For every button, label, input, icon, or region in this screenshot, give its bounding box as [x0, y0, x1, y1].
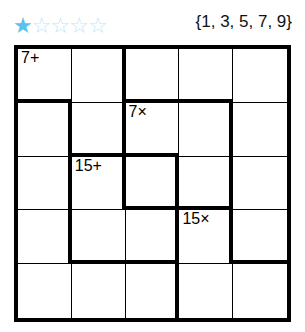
cell-r5c5[interactable]: [233, 264, 287, 318]
puzzle-header: ★☆☆☆☆ {1, 3, 5, 7, 9}: [13, 4, 292, 40]
star-empty-icon: ☆: [69, 15, 88, 37]
cage-clue: 7×: [129, 103, 147, 121]
star-filled-icon: ★: [13, 15, 32, 37]
number-set-label: {1, 3, 5, 7, 9}: [196, 12, 292, 32]
cell-r3c5[interactable]: [233, 157, 287, 211]
cell-r2c1[interactable]: [18, 103, 72, 157]
cage-clue: 15×: [182, 210, 209, 228]
cell-r2c2[interactable]: [72, 103, 126, 157]
cell-r5c1[interactable]: [18, 264, 72, 318]
cell-r2c4[interactable]: [179, 103, 233, 157]
cell-r1c4[interactable]: [179, 49, 233, 103]
cell-r3c4[interactable]: [179, 157, 233, 211]
cell-r1c5[interactable]: [233, 49, 287, 103]
star-empty-icon: ☆: [50, 15, 69, 37]
cell-r2c3[interactable]: 7×: [126, 103, 180, 157]
cell-r3c1[interactable]: [18, 157, 72, 211]
cell-r5c3[interactable]: [126, 264, 180, 318]
difficulty-stars: ★☆☆☆☆: [13, 15, 107, 37]
cage-clue: 15+: [75, 157, 102, 175]
cell-r4c2[interactable]: [72, 210, 126, 264]
cell-r4c3[interactable]: [126, 210, 180, 264]
cell-r5c2[interactable]: [72, 264, 126, 318]
cell-r4c5[interactable]: [233, 210, 287, 264]
star-empty-icon: ☆: [32, 15, 51, 37]
cell-r1c2[interactable]: [72, 49, 126, 103]
puzzle-board: 7+7×15+15×: [14, 45, 291, 322]
cell-r3c3[interactable]: [126, 157, 180, 211]
cage-clue: 7+: [21, 49, 39, 67]
cell-r4c4[interactable]: 15×: [179, 210, 233, 264]
star-empty-icon: ☆: [88, 15, 107, 37]
cell-r4c1[interactable]: [18, 210, 72, 264]
cell-r2c5[interactable]: [233, 103, 287, 157]
cell-r3c2[interactable]: 15+: [72, 157, 126, 211]
cell-r1c1[interactable]: 7+: [18, 49, 72, 103]
cell-r1c3[interactable]: [126, 49, 180, 103]
cell-r5c4[interactable]: [179, 264, 233, 318]
